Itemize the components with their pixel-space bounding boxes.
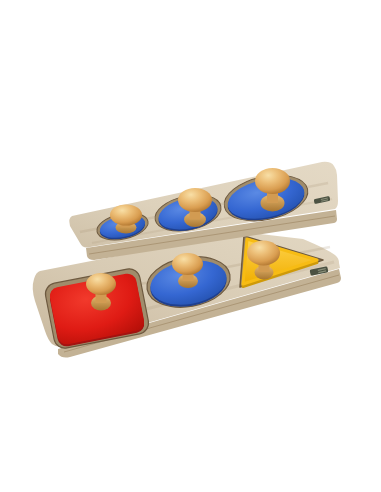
- knob-cap: [172, 253, 203, 275]
- knob-cap: [86, 273, 116, 295]
- front-puzzle-board: [33, 232, 341, 358]
- knob-cap: [178, 188, 212, 212]
- knob-cap: [110, 205, 142, 226]
- knob-cap: [255, 168, 290, 194]
- knob-cap: [247, 241, 280, 266]
- product-photo-montessori-puzzles: [0, 0, 381, 492]
- puzzle-photo-canvas: [0, 0, 381, 492]
